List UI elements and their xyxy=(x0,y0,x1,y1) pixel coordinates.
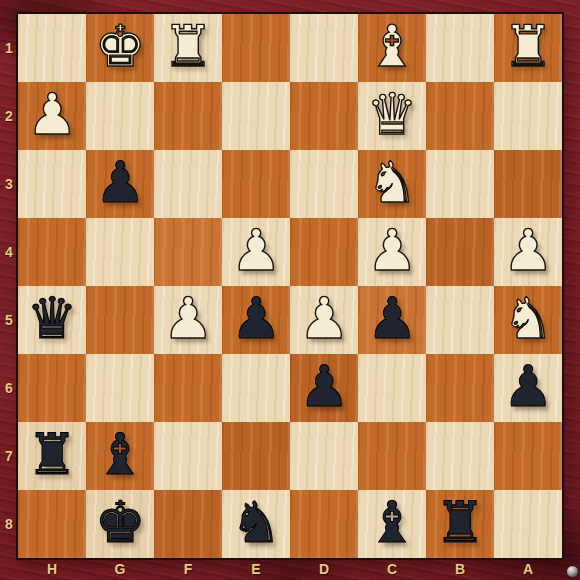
square-h4[interactable] xyxy=(18,218,86,286)
square-c5[interactable]: ♟ xyxy=(358,286,426,354)
file-label-h: H xyxy=(18,558,86,580)
rank-label-8: 8 xyxy=(0,490,18,558)
square-b5[interactable] xyxy=(426,286,494,354)
piece-white-pawn: ♟ xyxy=(222,218,290,286)
square-e8[interactable]: ♞ xyxy=(222,490,290,558)
square-g3[interactable]: ♟ xyxy=(86,150,154,218)
resize-handle-dot[interactable] xyxy=(567,566,578,577)
square-b1[interactable] xyxy=(426,14,494,82)
square-f2[interactable] xyxy=(154,82,222,150)
board: ♚♜♝♜♟♛♟♞♟♟♟♛♟♟♟♟♞♟♟♜♝♚♞♝♜ xyxy=(18,14,562,558)
square-g6[interactable] xyxy=(86,354,154,422)
file-labels: HGFEDCBA xyxy=(18,558,562,580)
rank-label-6: 6 xyxy=(0,354,18,422)
square-b3[interactable] xyxy=(426,150,494,218)
square-g7[interactable]: ♝ xyxy=(86,422,154,490)
square-e6[interactable] xyxy=(222,354,290,422)
piece-white-pawn: ♟ xyxy=(154,286,222,354)
piece-black-queen: ♛ xyxy=(18,286,86,354)
square-g2[interactable] xyxy=(86,82,154,150)
square-e2[interactable] xyxy=(222,82,290,150)
square-a6[interactable]: ♟ xyxy=(494,354,562,422)
piece-white-pawn: ♟ xyxy=(358,218,426,286)
square-e1[interactable] xyxy=(222,14,290,82)
rank-labels: 12345678 xyxy=(0,14,18,558)
piece-white-rook: ♜ xyxy=(154,14,222,82)
square-e3[interactable] xyxy=(222,150,290,218)
file-label-f: F xyxy=(154,558,222,580)
square-b4[interactable] xyxy=(426,218,494,286)
piece-black-knight: ♞ xyxy=(222,490,290,558)
square-d3[interactable] xyxy=(290,150,358,218)
square-a3[interactable] xyxy=(494,150,562,218)
square-h7[interactable]: ♜ xyxy=(18,422,86,490)
file-label-c: C xyxy=(358,558,426,580)
piece-black-pawn: ♟ xyxy=(290,354,358,422)
square-b6[interactable] xyxy=(426,354,494,422)
square-a1[interactable]: ♜ xyxy=(494,14,562,82)
piece-black-king: ♚ xyxy=(86,490,154,558)
square-c3[interactable]: ♞ xyxy=(358,150,426,218)
square-e5[interactable]: ♟ xyxy=(222,286,290,354)
piece-white-pawn: ♟ xyxy=(290,286,358,354)
square-e7[interactable] xyxy=(222,422,290,490)
square-g8[interactable]: ♚ xyxy=(86,490,154,558)
square-f4[interactable] xyxy=(154,218,222,286)
square-f8[interactable] xyxy=(154,490,222,558)
piece-black-rook: ♜ xyxy=(426,490,494,558)
piece-black-bishop: ♝ xyxy=(86,422,154,490)
file-label-d: D xyxy=(290,558,358,580)
square-f6[interactable] xyxy=(154,354,222,422)
rank-label-5: 5 xyxy=(0,286,18,354)
rank-label-7: 7 xyxy=(0,422,18,490)
file-label-b: B xyxy=(426,558,494,580)
square-d2[interactable] xyxy=(290,82,358,150)
square-a2[interactable] xyxy=(494,82,562,150)
square-d5[interactable]: ♟ xyxy=(290,286,358,354)
square-h8[interactable] xyxy=(18,490,86,558)
piece-black-rook: ♜ xyxy=(18,422,86,490)
file-label-g: G xyxy=(86,558,154,580)
square-f7[interactable] xyxy=(154,422,222,490)
square-h2[interactable]: ♟ xyxy=(18,82,86,150)
square-d1[interactable] xyxy=(290,14,358,82)
square-h1[interactable] xyxy=(18,14,86,82)
square-d4[interactable] xyxy=(290,218,358,286)
file-label-e: E xyxy=(222,558,290,580)
piece-white-bishop: ♝ xyxy=(358,14,426,82)
square-c6[interactable] xyxy=(358,354,426,422)
square-c7[interactable] xyxy=(358,422,426,490)
piece-black-pawn: ♟ xyxy=(358,286,426,354)
piece-white-knight: ♞ xyxy=(494,286,562,354)
file-label-a: A xyxy=(494,558,562,580)
square-b7[interactable] xyxy=(426,422,494,490)
rank-label-1: 1 xyxy=(0,14,18,82)
square-a7[interactable] xyxy=(494,422,562,490)
square-d8[interactable] xyxy=(290,490,358,558)
piece-black-pawn: ♟ xyxy=(222,286,290,354)
piece-black-pawn: ♟ xyxy=(494,354,562,422)
piece-white-pawn: ♟ xyxy=(494,218,562,286)
square-d6[interactable]: ♟ xyxy=(290,354,358,422)
rank-label-3: 3 xyxy=(0,150,18,218)
square-h6[interactable] xyxy=(18,354,86,422)
square-g5[interactable] xyxy=(86,286,154,354)
rank-label-4: 4 xyxy=(0,218,18,286)
square-h5[interactable]: ♛ xyxy=(18,286,86,354)
chess-board-frame: ♚♜♝♜♟♛♟♞♟♟♟♛♟♟♟♟♞♟♟♜♝♚♞♝♜ 12345678 HGFED… xyxy=(0,0,580,580)
piece-white-king: ♚ xyxy=(86,14,154,82)
square-f1[interactable]: ♜ xyxy=(154,14,222,82)
square-b8[interactable]: ♜ xyxy=(426,490,494,558)
piece-black-bishop: ♝ xyxy=(358,490,426,558)
piece-white-rook: ♜ xyxy=(494,14,562,82)
square-a8[interactable] xyxy=(494,490,562,558)
square-b2[interactable] xyxy=(426,82,494,150)
square-a5[interactable]: ♞ xyxy=(494,286,562,354)
square-g4[interactable] xyxy=(86,218,154,286)
square-c2[interactable]: ♛ xyxy=(358,82,426,150)
square-e4[interactable]: ♟ xyxy=(222,218,290,286)
square-d7[interactable] xyxy=(290,422,358,490)
square-a4[interactable]: ♟ xyxy=(494,218,562,286)
square-h3[interactable] xyxy=(18,150,86,218)
piece-white-pawn: ♟ xyxy=(18,82,86,150)
piece-white-queen: ♛ xyxy=(358,82,426,150)
piece-white-knight: ♞ xyxy=(358,150,426,218)
square-g1[interactable]: ♚ xyxy=(86,14,154,82)
square-c4[interactable]: ♟ xyxy=(358,218,426,286)
piece-black-pawn: ♟ xyxy=(86,150,154,218)
square-f5[interactable]: ♟ xyxy=(154,286,222,354)
rank-label-2: 2 xyxy=(0,82,18,150)
square-f3[interactable] xyxy=(154,150,222,218)
square-c1[interactable]: ♝ xyxy=(358,14,426,82)
square-c8[interactable]: ♝ xyxy=(358,490,426,558)
